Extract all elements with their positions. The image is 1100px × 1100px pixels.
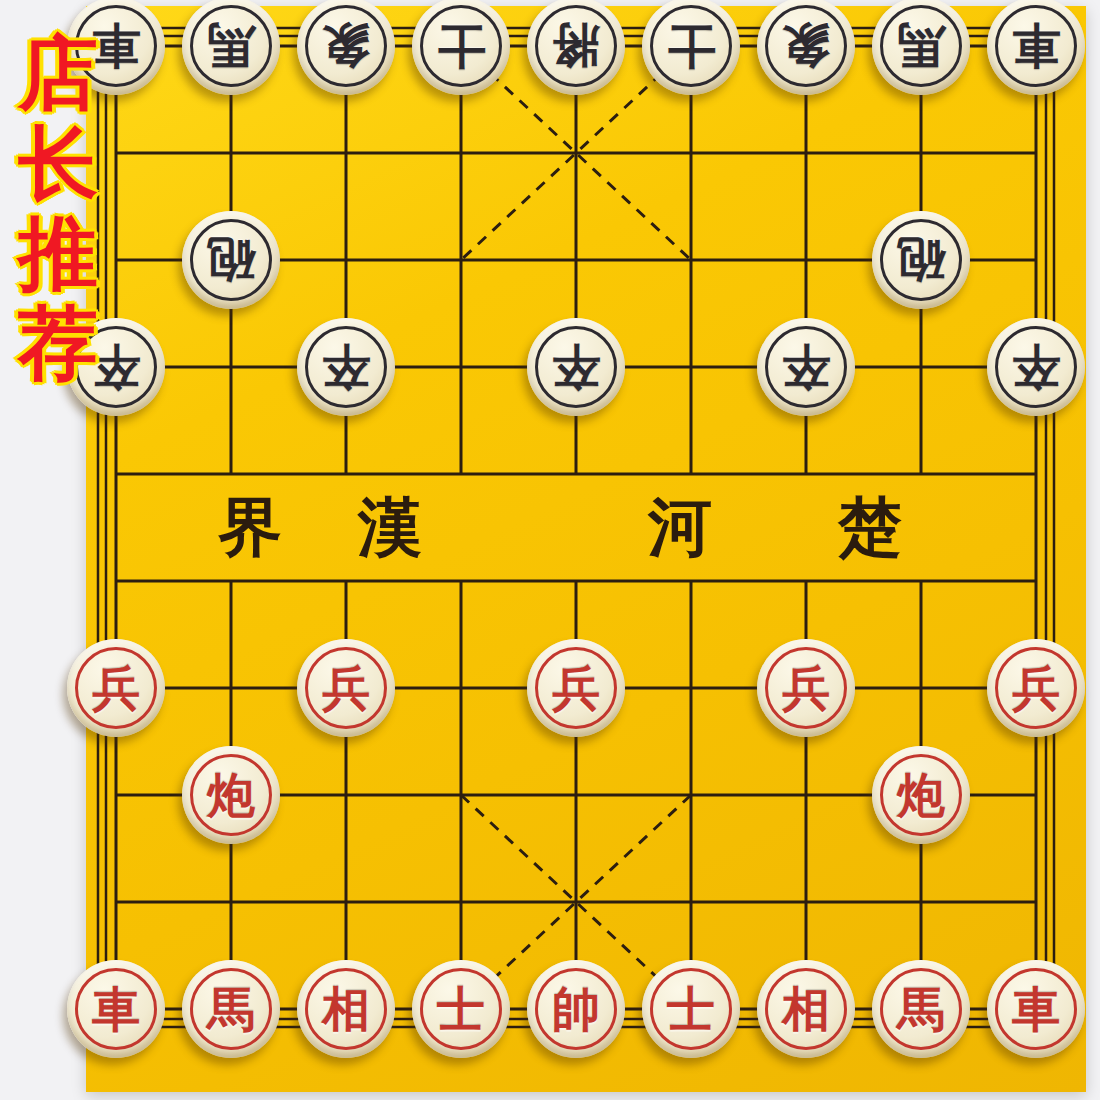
piece-ring: 馬 bbox=[880, 5, 962, 87]
black-cannon[interactable]: 砲 bbox=[872, 211, 970, 309]
piece-ring: 炮 bbox=[880, 754, 962, 836]
black-soldier[interactable]: 卒 bbox=[527, 318, 625, 416]
piece-ring: 車 bbox=[75, 968, 157, 1050]
black-advisor[interactable]: 士 bbox=[642, 0, 740, 95]
piece-ring: 卒 bbox=[305, 326, 387, 408]
red-cannon[interactable]: 炮 bbox=[182, 746, 280, 844]
piece-character: 炮 bbox=[897, 771, 945, 819]
piece-ring: 士 bbox=[650, 5, 732, 87]
piece-character: 兵 bbox=[1012, 664, 1060, 712]
piece-ring: 車 bbox=[995, 968, 1077, 1050]
piece-character: 相 bbox=[782, 985, 830, 1033]
piece-ring: 帥 bbox=[535, 968, 617, 1050]
piece-character: 兵 bbox=[552, 664, 600, 712]
piece-character: 砲 bbox=[207, 236, 255, 284]
black-cannon[interactable]: 砲 bbox=[182, 211, 280, 309]
piece-character: 兵 bbox=[92, 664, 140, 712]
piece-ring: 兵 bbox=[75, 647, 157, 729]
piece-character: 士 bbox=[437, 22, 485, 70]
black-soldier[interactable]: 卒 bbox=[987, 318, 1085, 416]
piece-character: 車 bbox=[1012, 22, 1060, 70]
red-horse[interactable]: 馬 bbox=[872, 960, 970, 1058]
black-elephant[interactable]: 象 bbox=[297, 0, 395, 95]
piece-ring: 象 bbox=[305, 5, 387, 87]
piece-character: 卒 bbox=[322, 343, 370, 391]
red-soldier[interactable]: 兵 bbox=[527, 639, 625, 737]
red-general[interactable]: 帥 bbox=[527, 960, 625, 1058]
piece-ring: 卒 bbox=[995, 326, 1077, 408]
xiangqi-board[interactable]: 界 漢 河 楚 車馬象士將士象馬車砲砲卒卒卒卒卒兵兵兵兵兵炮炮車馬相士帥士相馬車 bbox=[86, 6, 1086, 1092]
red-cannon[interactable]: 炮 bbox=[872, 746, 970, 844]
piece-character: 馬 bbox=[207, 22, 255, 70]
piece-ring: 將 bbox=[535, 5, 617, 87]
piece-ring: 馬 bbox=[190, 5, 272, 87]
piece-character: 卒 bbox=[1012, 343, 1060, 391]
red-soldier[interactable]: 兵 bbox=[67, 639, 165, 737]
piece-character: 相 bbox=[322, 985, 370, 1033]
black-general[interactable]: 將 bbox=[527, 0, 625, 95]
piece-character: 兵 bbox=[322, 664, 370, 712]
piece-character: 車 bbox=[1012, 985, 1060, 1033]
red-advisor[interactable]: 士 bbox=[642, 960, 740, 1058]
red-soldier[interactable]: 兵 bbox=[297, 639, 395, 737]
black-advisor[interactable]: 士 bbox=[412, 0, 510, 95]
red-elephant[interactable]: 相 bbox=[757, 960, 855, 1058]
banner-char: 店 bbox=[18, 28, 98, 118]
piece-ring: 象 bbox=[765, 5, 847, 87]
piece-ring: 馬 bbox=[190, 968, 272, 1050]
piece-character: 士 bbox=[667, 985, 715, 1033]
piece-ring: 馬 bbox=[880, 968, 962, 1050]
red-elephant[interactable]: 相 bbox=[297, 960, 395, 1058]
piece-character: 士 bbox=[667, 22, 715, 70]
banner-char: 推 bbox=[18, 208, 98, 298]
piece-character: 兵 bbox=[782, 664, 830, 712]
piece-ring: 砲 bbox=[190, 219, 272, 301]
red-soldier[interactable]: 兵 bbox=[757, 639, 855, 737]
black-elephant[interactable]: 象 bbox=[757, 0, 855, 95]
piece-ring: 士 bbox=[650, 968, 732, 1050]
piece-ring: 卒 bbox=[765, 326, 847, 408]
piece-character: 車 bbox=[92, 985, 140, 1033]
piece-character: 象 bbox=[322, 22, 370, 70]
piece-ring: 車 bbox=[995, 5, 1077, 87]
pieces-layer: 車馬象士將士象馬車砲砲卒卒卒卒卒兵兵兵兵兵炮炮車馬相士帥士相馬車 bbox=[86, 6, 1086, 1092]
piece-character: 將 bbox=[552, 22, 600, 70]
promo-banner: 店 长 推 荐 bbox=[10, 28, 106, 388]
red-soldier[interactable]: 兵 bbox=[987, 639, 1085, 737]
piece-ring: 兵 bbox=[305, 647, 387, 729]
piece-character: 砲 bbox=[897, 236, 945, 284]
piece-ring: 士 bbox=[420, 5, 502, 87]
piece-ring: 兵 bbox=[995, 647, 1077, 729]
piece-ring: 炮 bbox=[190, 754, 272, 836]
black-soldier[interactable]: 卒 bbox=[297, 318, 395, 416]
black-soldier[interactable]: 卒 bbox=[757, 318, 855, 416]
product-photo: 店 长 推 荐 bbox=[0, 0, 1100, 1100]
banner-char: 长 bbox=[18, 118, 98, 208]
piece-character: 帥 bbox=[552, 985, 600, 1033]
piece-ring: 兵 bbox=[535, 647, 617, 729]
piece-character: 卒 bbox=[782, 343, 830, 391]
banner-char: 荐 bbox=[18, 298, 98, 388]
piece-character: 象 bbox=[782, 22, 830, 70]
red-chariot[interactable]: 車 bbox=[987, 960, 1085, 1058]
piece-ring: 兵 bbox=[765, 647, 847, 729]
piece-character: 馬 bbox=[897, 985, 945, 1033]
piece-ring: 相 bbox=[305, 968, 387, 1050]
piece-ring: 砲 bbox=[880, 219, 962, 301]
piece-character: 馬 bbox=[897, 22, 945, 70]
black-horse[interactable]: 馬 bbox=[182, 0, 280, 95]
piece-character: 卒 bbox=[552, 343, 600, 391]
black-chariot[interactable]: 車 bbox=[987, 0, 1085, 95]
red-advisor[interactable]: 士 bbox=[412, 960, 510, 1058]
red-chariot[interactable]: 車 bbox=[67, 960, 165, 1058]
piece-ring: 士 bbox=[420, 968, 502, 1050]
black-horse[interactable]: 馬 bbox=[872, 0, 970, 95]
piece-character: 炮 bbox=[207, 771, 255, 819]
red-horse[interactable]: 馬 bbox=[182, 960, 280, 1058]
piece-ring: 相 bbox=[765, 968, 847, 1050]
piece-ring: 卒 bbox=[535, 326, 617, 408]
piece-character: 士 bbox=[437, 985, 485, 1033]
piece-character: 馬 bbox=[207, 985, 255, 1033]
